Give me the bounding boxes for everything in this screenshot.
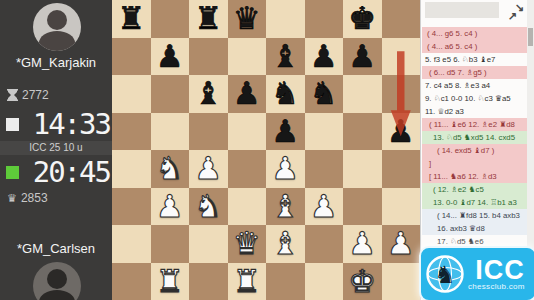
avatar-silhouette [47,10,67,30]
game-type-label: ICC 25 10 u [0,141,112,155]
square-g3[interactable] [343,188,382,226]
move-line-14[interactable]: 13. 0-0 ♝d7 14. ♖b1 a3 [422,196,527,209]
square-e7[interactable]: ♝ [266,38,305,76]
avatar-silhouette [39,290,75,300]
move-line-1[interactable]: ( 4... g6 5. c4 ) [422,27,527,40]
square-c8[interactable]: ♜ [189,0,228,38]
square-e3[interactable]: ♝ [266,188,305,226]
square-c6[interactable]: ♝ [189,75,228,113]
scrollbar-thumb[interactable] [528,28,533,46]
square-h8[interactable] [382,0,421,38]
square-e6[interactable]: ♞ [266,75,305,113]
bottom-player-clock: 20:45 [19,155,110,189]
piece-black-knight-e6[interactable]: ♞ [266,75,305,112]
svg-text:♞: ♞ [434,261,456,289]
piece-black-rook-c8[interactable]: ♜ [189,0,228,37]
move-line-15[interactable]: ( 14... ♜fd8 15. b4 axb3 [422,209,527,222]
piece-white-queen-d2[interactable]: ♛ [228,225,267,262]
move-panel-header: ↘ ↗ [422,0,534,26]
square-a6[interactable] [112,75,151,113]
square-f4[interactable] [305,150,344,188]
move-line-12[interactable]: [ 11... ♞a6 12. ♗d3 [422,170,527,183]
move-line-13[interactable]: ( 12. ♗e2 ♞c5 [422,183,527,196]
arrow-ne-icon: ↗ [508,11,517,22]
avatar-bottom-player [33,262,81,300]
square-f5[interactable] [305,113,344,151]
square-f8[interactable] [305,0,344,38]
move-line-7[interactable]: 11. ♕d2 a3 [422,105,527,118]
piece-black-pawn-h5[interactable]: ♟ [382,113,421,150]
bottom-player-rating-row: ♛ 2853 [7,191,48,205]
square-d7[interactable] [228,38,267,76]
square-e5[interactable]: ♟ [266,113,305,151]
square-d4[interactable] [228,150,267,188]
piece-black-pawn-g7[interactable]: ♟ [343,38,382,75]
piece-white-bishop-e2[interactable]: ♝ [266,225,305,262]
square-c4[interactable]: ♟ [189,150,228,188]
piece-black-knight-f6[interactable]: ♞ [305,75,344,112]
square-h7[interactable] [382,38,421,76]
square-a2[interactable] [112,225,151,263]
icc-globe-knight-icon: ♞ [425,254,465,294]
piece-white-pawn-f3[interactable]: ♟ [305,188,344,225]
bottom-player-clock-row: 20:45 [6,155,110,189]
piece-white-rook-d1[interactable]: ♜ [228,263,267,300]
move-line-6[interactable]: 9. ♘c1 0-0 10. ♘c3 ♛a5 [422,92,527,105]
move-line-4[interactable]: ( 6... d5 7. ♗g5 ) [422,66,527,79]
avatar-top-player [33,3,81,51]
piece-white-pawn-b3[interactable]: ♟ [151,188,190,225]
square-g7[interactable]: ♟ [343,38,382,76]
square-d5[interactable] [228,113,267,151]
square-a8[interactable]: ♜ [112,0,151,38]
hourglass-icon [7,89,18,101]
square-g2[interactable]: ♟ [343,225,382,263]
avatar-silhouette [39,31,75,51]
chess-board[interactable]: ♜♜♛♚♟♝♟♟♝♟♞♞♟♟♞♟♟♟♞♝♟♛♝♟♟♜♜♚ [112,0,420,300]
move-line-8[interactable]: ( 11... ♝e6 12. ♗e2 ♜d8 [422,118,527,131]
square-h1[interactable] [382,263,421,300]
bottom-color-indicator [6,166,19,179]
piece-white-pawn-g2[interactable]: ♟ [343,225,382,262]
square-e4[interactable]: ♟ [266,150,305,188]
square-c7[interactable] [189,38,228,76]
piece-white-knight-b4[interactable]: ♞ [151,150,190,187]
piece-black-queen-d8[interactable]: ♛ [228,0,267,37]
bottom-player-rating: 2853 [21,191,48,205]
square-b3[interactable]: ♟ [151,188,190,226]
piece-black-pawn-b7[interactable]: ♟ [151,38,190,75]
square-b8[interactable] [151,0,190,38]
square-f2[interactable] [305,225,344,263]
square-g6[interactable] [343,75,382,113]
move-line-3[interactable]: 5. f3 e5 6. ♘b3 ♝e7 [422,53,527,66]
move-list: ( 4... g6 5. c4 )( 4... a6 5. c4 )5. f3 … [422,27,527,248]
square-a1[interactable] [112,263,151,300]
top-player-clock-row: 14:33 [6,107,110,141]
square-b6[interactable] [151,75,190,113]
square-a5[interactable] [112,113,151,151]
top-player-rating: 2772 [22,88,49,102]
square-a7[interactable] [112,38,151,76]
square-d2[interactable]: ♛ [228,225,267,263]
square-c2[interactable] [189,225,228,263]
square-d3[interactable] [228,188,267,226]
top-player-rating-row: 2772 [7,88,49,102]
square-b7[interactable]: ♟ [151,38,190,76]
square-b5[interactable] [151,113,190,151]
move-line-2[interactable]: ( 4... a6 5. c4 ) [422,40,527,53]
piece-black-pawn-e5[interactable]: ♟ [266,113,305,150]
square-b4[interactable]: ♞ [151,150,190,188]
piece-white-king-g1[interactable]: ♚ [343,263,382,300]
icc-logo-subtitle: chessclub.com [468,282,525,291]
piece-white-knight-c3[interactable]: ♞ [189,188,228,225]
square-f6[interactable]: ♞ [305,75,344,113]
square-g5[interactable] [343,113,382,151]
piece-white-rook-b1[interactable]: ♜ [151,263,190,300]
icc-logo: ♞ ICC chessclub.com [419,246,534,300]
square-c5[interactable] [189,113,228,151]
square-f1[interactable] [305,263,344,300]
piece-black-king-g8[interactable]: ♚ [343,0,382,37]
square-h5[interactable]: ♟ [382,113,421,151]
avatar-silhouette [47,269,67,289]
square-a3[interactable] [112,188,151,226]
piece-black-rook-a8[interactable]: ♜ [112,0,151,37]
move-line-5[interactable]: 7. c4 a5 8. ♗e3 a4 [422,79,527,92]
piece-white-pawn-h2[interactable]: ♟ [382,225,421,262]
square-d8[interactable]: ♛ [228,0,267,38]
square-c3[interactable]: ♞ [189,188,228,226]
crown-icon: ♛ [7,192,17,205]
move-line-11[interactable]: ] [422,157,527,170]
resize-panel-icon[interactable]: ↘ ↗ [504,1,524,25]
square-h6[interactable] [382,75,421,113]
square-g8[interactable]: ♚ [343,0,382,38]
square-d6[interactable]: ♟ [228,75,267,113]
move-line-9[interactable]: 13. ♘d5 ♞xd5 14. cxd5 [422,131,527,144]
icc-logo-title: ICC [475,257,525,283]
square-d1[interactable]: ♜ [228,263,267,300]
square-h4[interactable] [382,150,421,188]
move-line-16[interactable]: 16. axb3 ♛d8 [422,222,527,235]
square-h2[interactable]: ♟ [382,225,421,263]
square-g1[interactable]: ♚ [343,263,382,300]
top-player-clock: 14:33 [19,107,110,141]
square-c1[interactable] [189,263,228,300]
icc-logo-texts: ICC chessclub.com [468,257,525,291]
square-e2[interactable]: ♝ [266,225,305,263]
top-player-name: *GM_Karjakin [0,55,112,70]
piece-white-pawn-c4[interactable]: ♟ [189,150,228,187]
square-a4[interactable] [112,150,151,188]
icc-game-window: *GM_Karjakin 2772 14:33 ICC 25 10 u 20:4… [0,0,534,300]
square-b2[interactable] [151,225,190,263]
panel-header-block [425,2,499,18]
square-e1[interactable] [266,263,305,300]
piece-black-bishop-c6[interactable]: ♝ [189,75,228,112]
piece-black-pawn-f7[interactable]: ♟ [305,38,344,75]
square-f3[interactable]: ♟ [305,188,344,226]
top-color-indicator [6,118,19,131]
piece-white-pawn-e4[interactable]: ♟ [266,150,305,187]
piece-black-pawn-d6[interactable]: ♟ [228,75,267,112]
players-sidebar: *GM_Karjakin 2772 14:33 ICC 25 10 u 20:4… [0,0,112,300]
bottom-player-name: *GM_Carlsen [0,241,112,256]
move-line-10[interactable]: ( 14. exd5 ♝d7 ) [422,144,527,157]
square-h3[interactable] [382,188,421,226]
square-f7[interactable]: ♟ [305,38,344,76]
square-e8[interactable] [266,0,305,38]
piece-black-bishop-e7[interactable]: ♝ [266,38,305,75]
square-g4[interactable] [343,150,382,188]
piece-white-bishop-e3[interactable]: ♝ [266,188,305,225]
square-b1[interactable]: ♜ [151,263,190,300]
